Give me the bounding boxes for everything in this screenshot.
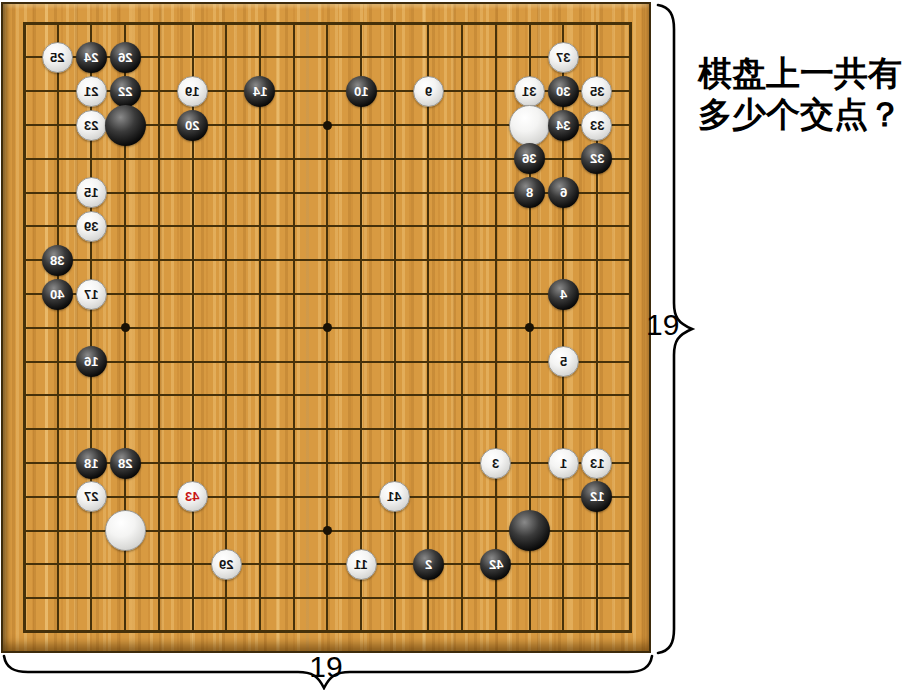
stone-number: 1 bbox=[560, 457, 567, 470]
stone-number: 33 bbox=[590, 119, 604, 132]
stone-number: 14 bbox=[253, 85, 267, 98]
stone-number: 12 bbox=[590, 490, 604, 503]
stone-number: 3 bbox=[492, 457, 499, 470]
stone-number: 39 bbox=[84, 220, 98, 233]
board-width-count: 19 bbox=[300, 650, 352, 684]
star-point bbox=[121, 323, 130, 332]
stone-white-3: 3 bbox=[480, 448, 511, 479]
stone-white-35: 35 bbox=[581, 76, 612, 107]
stone-white-37: 37 bbox=[548, 42, 579, 73]
stone-number: 5 bbox=[560, 355, 567, 368]
stone-black-16: 16 bbox=[76, 346, 107, 377]
stone-number: 43 bbox=[185, 490, 199, 503]
board-height-count: 19 bbox=[646, 308, 686, 342]
stone-black-plain bbox=[105, 105, 146, 146]
stone-number: 10 bbox=[354, 85, 368, 98]
stone-number: 17 bbox=[84, 288, 98, 301]
stone-black-38: 38 bbox=[42, 245, 73, 276]
stone-black-2: 2 bbox=[413, 549, 444, 580]
stone-white-27: 27 bbox=[76, 481, 107, 512]
stone-number: 2 bbox=[425, 558, 432, 571]
stone-black-26: 26 bbox=[110, 42, 141, 73]
stone-black-34: 34 bbox=[548, 110, 579, 141]
stone-white-39: 39 bbox=[76, 211, 107, 242]
question-line-2: 多少个交点？ bbox=[698, 94, 914, 135]
stone-white-17: 17 bbox=[76, 279, 107, 310]
stone-black-6: 6 bbox=[548, 177, 579, 208]
stone-black-4: 4 bbox=[548, 279, 579, 310]
stone-number: 21 bbox=[84, 85, 98, 98]
question-text: 棋盘上一共有 多少个交点？ bbox=[698, 53, 914, 136]
stone-number: 19 bbox=[185, 85, 199, 98]
stone-white-1: 1 bbox=[548, 448, 579, 479]
stone-black-30: 30 bbox=[548, 76, 579, 107]
stone-number: 27 bbox=[84, 490, 98, 503]
stone-black-42: 42 bbox=[480, 549, 511, 580]
stone-white-29: 29 bbox=[211, 549, 242, 580]
stone-number: 29 bbox=[219, 558, 233, 571]
stone-black-plain bbox=[509, 510, 550, 551]
star-point bbox=[323, 121, 332, 130]
stone-white-19: 19 bbox=[177, 76, 208, 107]
star-point bbox=[323, 526, 332, 535]
stone-white-31: 31 bbox=[514, 76, 545, 107]
stone-white-9: 9 bbox=[413, 76, 444, 107]
stone-number: 26 bbox=[118, 51, 132, 64]
stone-number: 37 bbox=[556, 51, 570, 64]
stone-black-20: 20 bbox=[177, 110, 208, 141]
stone-number: 41 bbox=[387, 490, 401, 503]
stone-black-22: 22 bbox=[110, 76, 141, 107]
stone-white-plain bbox=[105, 510, 146, 551]
stone-black-40: 40 bbox=[42, 279, 73, 310]
stone-number: 42 bbox=[489, 558, 503, 571]
stone-number: 16 bbox=[84, 355, 98, 368]
stone-number: 6 bbox=[560, 186, 567, 199]
stone-number: 38 bbox=[50, 254, 64, 267]
stone-white-5: 5 bbox=[548, 346, 579, 377]
stone-number: 36 bbox=[522, 152, 536, 165]
stone-white-13: 13 bbox=[581, 448, 612, 479]
stone-white-15: 15 bbox=[76, 177, 107, 208]
stone-number: 35 bbox=[590, 85, 604, 98]
stone-number: 30 bbox=[556, 85, 570, 98]
stone-black-18: 18 bbox=[76, 448, 107, 479]
question-line-1: 棋盘上一共有 bbox=[698, 53, 914, 94]
stone-number: 40 bbox=[50, 288, 64, 301]
stone-black-28: 28 bbox=[110, 448, 141, 479]
stone-number: 24 bbox=[84, 51, 98, 64]
stone-white-33: 33 bbox=[581, 110, 612, 141]
stone-number: 18 bbox=[84, 457, 98, 470]
stone-number: 32 bbox=[590, 152, 604, 165]
stone-white-plain bbox=[509, 105, 550, 146]
stone-white-25: 25 bbox=[42, 42, 73, 73]
stone-white-21: 21 bbox=[76, 76, 107, 107]
stone-black-24: 24 bbox=[76, 42, 107, 73]
stone-number: 13 bbox=[590, 457, 604, 470]
stone-number: 22 bbox=[118, 85, 132, 98]
stone-white-23: 23 bbox=[76, 110, 107, 141]
stone-black-10: 10 bbox=[346, 76, 377, 107]
stone-number: 4 bbox=[560, 288, 567, 301]
stone-black-8: 8 bbox=[514, 177, 545, 208]
stone-number: 11 bbox=[354, 558, 368, 571]
stone-number: 8 bbox=[526, 186, 533, 199]
stone-number: 28 bbox=[118, 457, 132, 470]
stone-white-11: 11 bbox=[346, 549, 377, 580]
stone-number: 34 bbox=[556, 119, 570, 132]
go-board: 2524263721221914109313035232034333632158… bbox=[1, 2, 651, 653]
stone-number: 15 bbox=[84, 186, 98, 199]
stone-number: 31 bbox=[522, 85, 536, 98]
stone-number: 20 bbox=[185, 119, 199, 132]
stone-black-14: 14 bbox=[244, 76, 275, 107]
stone-number: 23 bbox=[84, 119, 98, 132]
stone-number: 25 bbox=[50, 51, 64, 64]
stone-number: 9 bbox=[425, 85, 432, 98]
